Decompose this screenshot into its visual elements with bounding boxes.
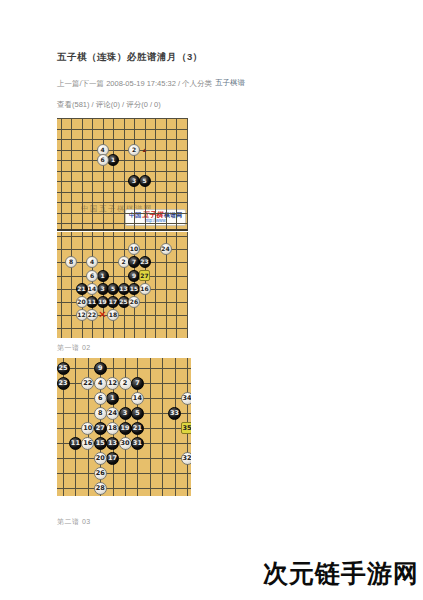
- grid-line: [57, 458, 191, 459]
- grid-line: [57, 236, 188, 237]
- grid-line: [155, 232, 156, 338]
- blog-page: 五子棋（连珠）必胜谱浦月（3） 上一篇/下一篇 2008-05-19 17:45…: [0, 0, 423, 600]
- figure-caption-2: 第二谱 03: [57, 517, 91, 527]
- stone-18-white: 18: [106, 422, 119, 435]
- board-diagram-1-full: 1234567891011121314151617181920212223242…: [57, 232, 188, 338]
- grid-line: [57, 473, 191, 474]
- stone-6-white: 6: [86, 270, 98, 282]
- grid-line: [57, 181, 188, 182]
- stone-14-white: 14: [131, 392, 144, 405]
- stone-1-black: 1: [107, 154, 119, 166]
- stone-26-white: 26: [94, 467, 107, 480]
- stone-22-white: 22: [86, 309, 98, 321]
- stone-3-black: 3: [119, 407, 132, 420]
- grid-line: [57, 139, 188, 140]
- grid-line: [71, 232, 72, 338]
- stone-1-black: 1: [97, 270, 109, 282]
- board-diagram-1-opening: 中国五子棋棋谱网 中国 五子棋 棋谱网 http://www. 123456▲: [57, 118, 188, 231]
- stone-23-black: 23: [139, 256, 151, 268]
- grid-line: [57, 118, 188, 119]
- grid-line: [150, 358, 151, 496]
- grid-line: [57, 398, 191, 399]
- stone-15-black: 15: [94, 437, 107, 450]
- stone-33-black: 33: [168, 407, 181, 420]
- stone-6-white: 6: [94, 392, 107, 405]
- stone-8-white: 8: [94, 407, 107, 420]
- grid-line: [57, 192, 188, 193]
- stone-24-white: 24: [106, 407, 119, 420]
- stone-26-white: 26: [128, 296, 140, 308]
- grid-line: [75, 358, 76, 496]
- grid-line: [57, 488, 191, 489]
- stone-27-highlight: 27: [139, 270, 150, 281]
- stone-7-black: 7: [131, 377, 144, 390]
- grid-line: [187, 232, 188, 338]
- board-diagram-2-full: 1234567891011121314151617181920212223242…: [57, 358, 191, 496]
- stone-14-white: 14: [86, 283, 98, 295]
- grid-line: [57, 328, 188, 329]
- stone-31-black: 31: [131, 437, 144, 450]
- grid-line: [57, 171, 188, 172]
- category-label[interactable]: 个人分类: [182, 79, 212, 88]
- stone-16-white: 16: [81, 437, 94, 450]
- post-stats: 查看(581) / 评论(0) / 评分(0 / 0): [57, 100, 161, 110]
- stone-10-white: 10: [81, 422, 94, 435]
- stone-20-white: 20: [94, 452, 107, 465]
- stone-18-white: 18: [107, 309, 119, 321]
- stone-6-white: 6: [97, 154, 109, 166]
- stone-13-black: 13: [106, 437, 119, 450]
- stone-20-white: 20: [76, 296, 88, 308]
- category-value-link[interactable]: 五子棋谱: [215, 78, 245, 88]
- grid-line: [162, 358, 163, 496]
- stone-27-black: 27: [94, 422, 107, 435]
- stone-35-highlight: 35: [181, 422, 191, 434]
- grid-line: [176, 232, 177, 338]
- stone-34-white: 34: [181, 392, 192, 405]
- grid-line: [57, 129, 188, 130]
- stone-21-black: 21: [76, 283, 88, 295]
- stone-32-white: 32: [181, 452, 192, 465]
- stone-23-black: 23: [57, 377, 70, 390]
- grid-line: [57, 160, 188, 161]
- post-datetime: 2008-05-19 17:45:32: [106, 79, 176, 88]
- stone-22-white: 22: [81, 377, 94, 390]
- stone-28-white: 28: [94, 482, 107, 495]
- figure-caption-1: 第一谱 02: [57, 343, 91, 353]
- grid-line: [57, 213, 188, 214]
- stone-1-black: 1: [106, 392, 119, 405]
- stone-21-black: 21: [131, 422, 144, 435]
- stone-2-white: 2: [128, 144, 140, 156]
- grid-line: [175, 358, 176, 496]
- stone-19-black: 19: [119, 422, 132, 435]
- grid-line: [57, 150, 188, 151]
- grid-line: [57, 368, 191, 369]
- stone-4-white: 4: [94, 377, 107, 390]
- stone-30-white: 30: [119, 437, 132, 450]
- stone-5-black: 5: [139, 175, 151, 187]
- stone-17-black: 17: [106, 452, 119, 465]
- page-title: 五子棋（连珠）必胜谱浦月（3）: [57, 51, 203, 64]
- stone-11-black: 11: [69, 437, 82, 450]
- stone-8-white: 8: [65, 256, 77, 268]
- stone-19-black: 19: [97, 296, 109, 308]
- stone-25-black: 25: [57, 362, 70, 375]
- win-point-marker: ✕: [98, 310, 108, 320]
- prev-post-link[interactable]: 上一篇: [57, 79, 80, 88]
- stone-24-white: 24: [160, 243, 172, 255]
- post-meta: 上一篇/下一篇 2008-05-19 17:45:32 / 个人分类: [57, 79, 212, 89]
- next-move-marker: ▲: [140, 145, 150, 155]
- next-post-link[interactable]: 下一篇: [82, 79, 105, 88]
- stone-16-white: 16: [139, 283, 151, 295]
- grid-line: [61, 232, 62, 338]
- stone-12-white: 12: [106, 377, 119, 390]
- stone-5-black: 5: [131, 407, 144, 420]
- site-watermark: 次元链手游网: [263, 557, 419, 590]
- stone-9-black: 9: [94, 362, 107, 375]
- stone-10-white: 10: [128, 243, 140, 255]
- grid-line: [57, 223, 188, 224]
- grid-line: [57, 202, 188, 203]
- grid-line: [57, 276, 188, 277]
- stone-2-white: 2: [119, 377, 132, 390]
- stone-4-white: 4: [86, 256, 98, 268]
